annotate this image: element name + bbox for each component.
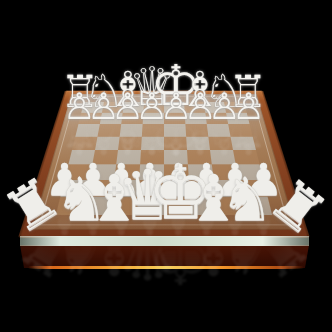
pieces-layer: ♖♖♘♘♗♗♕♕♔♔♗♗♘♘♖♖♙♙♙♙♙♙♙♙♙♙♙♙♙♙♙♙♟♟♟♟♟♟♟♟… [0,0,332,332]
product-photo-glass-chess-set: ♖♖♘♘♗♗♕♕♔♔♗♗♘♘♖♖♙♙♙♙♙♙♙♙♙♙♙♙♙♙♙♙♟♟♟♟♟♟♟♟… [0,0,332,332]
piece-black-pawn-h7[interactable]: ♙ [232,90,265,127]
